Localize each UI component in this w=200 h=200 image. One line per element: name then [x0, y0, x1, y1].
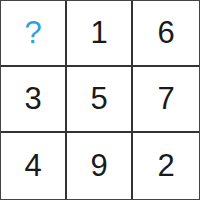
puzzle-grid: ? 1 6 3 5 7 4 9 2	[0, 0, 200, 200]
cell-r1c3: 6	[133, 1, 199, 67]
cell-r1c1-unknown: ?	[1, 1, 67, 67]
cell-r3c1: 4	[1, 133, 67, 199]
cell-r3c2: 9	[67, 133, 133, 199]
cell-r2c1: 3	[1, 67, 67, 133]
cell-r2c3: 7	[133, 67, 199, 133]
cell-r3c3: 2	[133, 133, 199, 199]
cell-r1c2: 1	[67, 1, 133, 67]
cell-r2c2: 5	[67, 67, 133, 133]
